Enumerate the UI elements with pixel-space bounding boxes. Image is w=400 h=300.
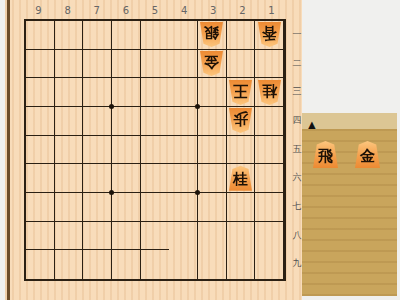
- board-square-8-2[interactable]: [55, 50, 84, 79]
- board-square-7-9[interactable]: [83, 250, 112, 279]
- board-square-5-7[interactable]: [141, 193, 170, 222]
- board-square-9-4[interactable]: [26, 107, 55, 136]
- board-square-9-3[interactable]: [26, 78, 55, 107]
- hand-owner-band: ▲: [302, 113, 397, 129]
- piece-kanji: 桂: [262, 83, 277, 98]
- board-square-2-8[interactable]: [227, 222, 256, 251]
- star-point: [109, 104, 114, 109]
- file-label: 4: [170, 3, 199, 18]
- board-square-7-7[interactable]: [83, 193, 112, 222]
- board-square-1-5[interactable]: [255, 136, 284, 165]
- shogi-piece-gold-gote[interactable]: 金: [200, 51, 223, 76]
- file-label: 1: [257, 3, 286, 18]
- board-square-7-6[interactable]: [83, 164, 112, 193]
- piece-kanji: 金: [360, 149, 375, 164]
- board-square-3-4[interactable]: [198, 107, 227, 136]
- piece-kanji: 金: [204, 54, 219, 69]
- file-label: 8: [53, 3, 82, 18]
- board-square-4-6[interactable]: [169, 164, 198, 193]
- board-square-1-2[interactable]: [255, 50, 284, 79]
- board-square-8-1[interactable]: [55, 21, 84, 50]
- file-label: 3: [199, 3, 228, 18]
- board-square-8-3[interactable]: [55, 78, 84, 107]
- file-label: 9: [24, 3, 53, 18]
- piece-kanji: 王: [233, 83, 248, 98]
- rank-label: 一: [289, 20, 305, 49]
- board-square-8-5[interactable]: [55, 136, 84, 165]
- piece-kanji: 飛: [318, 149, 333, 164]
- board-square-5-5[interactable]: [141, 136, 170, 165]
- shogi-piece-lance-gote[interactable]: 香: [258, 22, 281, 47]
- shogi-piece-pawn-gote[interactable]: 歩: [229, 108, 252, 133]
- board-square-4-7[interactable]: [169, 193, 198, 222]
- board-square-7-5[interactable]: [83, 136, 112, 165]
- star-point: [195, 190, 200, 195]
- board-square-9-1[interactable]: [26, 21, 55, 50]
- board-square-6-4[interactable]: [112, 107, 141, 136]
- file-label: 7: [82, 3, 111, 18]
- board-square-6-8[interactable]: [112, 222, 141, 251]
- hand-pieces-tray: 飛金: [302, 129, 397, 296]
- hand-piece-rook[interactable]: 飛: [313, 141, 338, 168]
- board-left-edge: [7, 0, 10, 300]
- board-square-3-2[interactable]: 金: [198, 50, 227, 79]
- board-square-4-8[interactable]: [169, 222, 198, 251]
- file-label: 2: [228, 3, 257, 18]
- board-square-7-4[interactable]: [83, 107, 112, 136]
- board-square-2-5[interactable]: [227, 136, 256, 165]
- board-square-2-2[interactable]: [227, 50, 256, 79]
- board-square-5-6[interactable]: [141, 164, 170, 193]
- board-square-2-9[interactable]: [227, 250, 256, 279]
- board-square-5-4[interactable]: [141, 107, 170, 136]
- board-square-6-6[interactable]: [112, 164, 141, 193]
- board-square-6-3[interactable]: [112, 78, 141, 107]
- board-square-4-2[interactable]: [169, 50, 198, 79]
- star-point: [195, 104, 200, 109]
- sente-hand-stand: ▲ 飛金: [302, 113, 397, 296]
- piece-kanji: 銀: [204, 26, 219, 41]
- board-square-7-2[interactable]: [83, 50, 112, 79]
- piece-kanji: 香: [262, 26, 277, 41]
- shogi-piece-knight-sente[interactable]: 桂: [229, 166, 252, 191]
- board-square-6-5[interactable]: [112, 136, 141, 165]
- board-square-9-6[interactable]: [26, 164, 55, 193]
- piece-kanji: 桂: [233, 172, 248, 187]
- board-square-3-6[interactable]: [198, 164, 227, 193]
- board-square-9-7[interactable]: [26, 193, 55, 222]
- board-square-2-4[interactable]: 歩: [227, 107, 256, 136]
- board-grid: 銀香金王桂歩桂: [24, 19, 286, 281]
- board-square-8-9[interactable]: [55, 250, 84, 279]
- board-square-9-8[interactable]: [26, 222, 55, 251]
- board-square-7-3[interactable]: [83, 78, 112, 107]
- board-square-9-5[interactable]: [26, 136, 55, 165]
- board-square-8-4[interactable]: [55, 107, 84, 136]
- file-label: 5: [140, 3, 169, 18]
- board-square-7-8[interactable]: [83, 222, 112, 251]
- shogi-piece-silver-gote[interactable]: 銀: [200, 22, 223, 47]
- hand-piece-gold[interactable]: 金: [355, 141, 380, 168]
- board-square-8-8[interactable]: [55, 222, 84, 251]
- board-square-1-4[interactable]: [255, 107, 284, 136]
- board-square-1-3[interactable]: 桂: [255, 78, 284, 107]
- board-square-2-1[interactable]: [227, 21, 256, 50]
- shogi-piece-knight-gote[interactable]: 桂: [258, 80, 281, 105]
- board-square-1-8[interactable]: [255, 222, 284, 251]
- file-label: 6: [111, 3, 140, 18]
- board-square-2-6[interactable]: 桂: [227, 164, 256, 193]
- board-square-4-9[interactable]: [169, 250, 198, 279]
- rank-label: 三: [289, 77, 305, 106]
- board-square-3-3[interactable]: [198, 78, 227, 107]
- board-square-5-8[interactable]: [141, 222, 170, 251]
- board-square-3-5[interactable]: [198, 136, 227, 165]
- board-square-6-2[interactable]: [112, 50, 141, 79]
- board-square-8-6[interactable]: [55, 164, 84, 193]
- file-labels: 987654321: [24, 3, 286, 18]
- board-square-6-9[interactable]: [112, 250, 141, 279]
- board-square-1-6[interactable]: [255, 164, 284, 193]
- board-square-1-9[interactable]: [255, 250, 284, 279]
- board-square-1-7[interactable]: [255, 193, 284, 222]
- board-square-5-3[interactable]: [141, 78, 170, 107]
- board-square-4-1[interactable]: [169, 21, 198, 50]
- shogi-diagram: 987654321 銀香金王桂歩桂 一二三四五六七八九 ▲ 飛金: [0, 0, 400, 300]
- board-square-4-4[interactable]: [169, 107, 198, 136]
- board-square-9-9[interactable]: [26, 250, 55, 279]
- board-square-3-7[interactable]: [198, 193, 227, 222]
- board-square-9-2[interactable]: [26, 50, 55, 79]
- board-square-1-1[interactable]: 香: [255, 21, 284, 50]
- board-square-6-1[interactable]: [112, 21, 141, 50]
- shogi-piece-king-gote[interactable]: 王: [229, 80, 252, 105]
- rank-label: 二: [289, 49, 305, 78]
- board-square-4-3[interactable]: [169, 78, 198, 107]
- board-square-3-9[interactable]: [198, 250, 227, 279]
- star-point: [109, 190, 114, 195]
- board-square-2-7[interactable]: [227, 193, 256, 222]
- board-square-7-1[interactable]: [83, 21, 112, 50]
- board-square-6-7[interactable]: [112, 193, 141, 222]
- piece-kanji: 歩: [233, 112, 248, 127]
- board-square-3-8[interactable]: [198, 222, 227, 251]
- shogi-board-panel: 987654321 銀香金王桂歩桂 一二三四五六七八九: [5, 0, 302, 300]
- board-square-5-1[interactable]: [141, 21, 170, 50]
- board-square-2-3[interactable]: 王: [227, 78, 256, 107]
- board-square-5-9[interactable]: [141, 250, 170, 279]
- board-square-3-1[interactable]: 銀: [198, 21, 227, 50]
- board-square-5-2[interactable]: [141, 50, 170, 79]
- board-square-8-7[interactable]: [55, 193, 84, 222]
- board-square-4-5[interactable]: [169, 136, 198, 165]
